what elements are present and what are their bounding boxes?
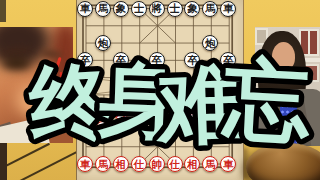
- piece-B[interactable]: 相: [113, 156, 129, 172]
- right-player-shirt: [280, 91, 297, 146]
- left-player-eye: [3, 58, 30, 69]
- piece-p[interactable]: 卒: [184, 52, 200, 68]
- piece-P[interactable]: 兵: [184, 104, 200, 120]
- piece-p[interactable]: 卒: [149, 52, 165, 68]
- right-player-face: [272, 42, 295, 71]
- piece-n[interactable]: 馬: [95, 1, 111, 17]
- piece-n[interactable]: 馬: [202, 1, 218, 17]
- right-player-video[interactable]: [255, 27, 320, 146]
- piece-R[interactable]: 車: [77, 156, 93, 172]
- piece-P[interactable]: 兵: [149, 104, 165, 120]
- piece-c[interactable]: 炮: [202, 35, 218, 51]
- piece-K[interactable]: 帥: [149, 156, 165, 172]
- piece-A[interactable]: 仕: [131, 156, 147, 172]
- piece-r[interactable]: 車: [220, 1, 236, 17]
- piece-b[interactable]: 象: [113, 1, 129, 17]
- piece-a[interactable]: 士: [167, 1, 183, 17]
- board-grid: [77, 0, 245, 180]
- piece-k[interactable]: 將: [149, 1, 165, 17]
- wooden-piece-bowl: [246, 143, 320, 180]
- piece-b[interactable]: 象: [184, 1, 200, 17]
- piece-c[interactable]: 炮: [95, 35, 111, 51]
- background-shadow: [0, 141, 7, 180]
- piece-B[interactable]: 相: [184, 156, 200, 172]
- background-shadow: [0, 0, 6, 22]
- piece-N[interactable]: 馬: [95, 156, 111, 172]
- left-player-face: [16, 83, 50, 117]
- left-player-video[interactable]: [0, 27, 73, 143]
- xiangqi-board[interactable]: [76, 0, 244, 180]
- piece-P[interactable]: 兵: [113, 104, 129, 120]
- piece-a[interactable]: 士: [131, 1, 147, 17]
- piece-N[interactable]: 馬: [202, 156, 218, 172]
- piece-r[interactable]: 車: [77, 1, 93, 17]
- left-player-collar: [0, 117, 51, 143]
- video-frame: 車馬象士將士象馬車炮炮卒卒卒卒卒兵兵兵兵兵炮炮車馬相仕帥仕相馬車 终 身 难 忘: [0, 0, 320, 180]
- piece-A[interactable]: 仕: [167, 156, 183, 172]
